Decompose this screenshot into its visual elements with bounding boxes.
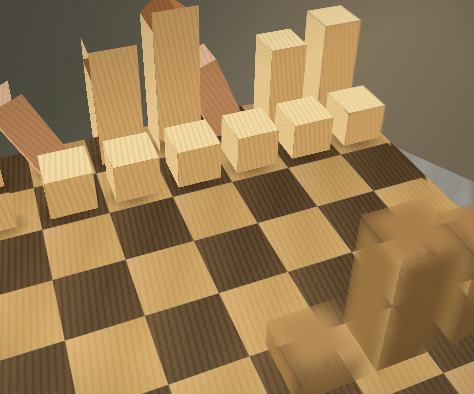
photo-scene <box>0 0 474 394</box>
chess-board <box>0 86 474 394</box>
perspective-container <box>0 0 474 394</box>
piece-black-pawn <box>264 342 353 394</box>
